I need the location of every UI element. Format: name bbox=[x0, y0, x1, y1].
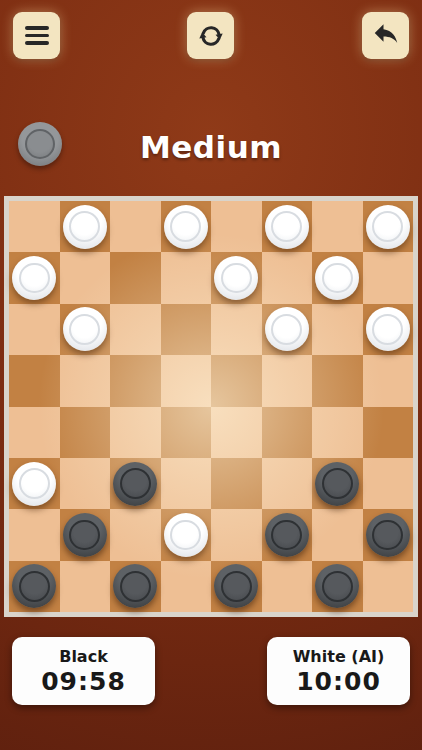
black-piece[interactable] bbox=[315, 462, 359, 506]
square-r6c2[interactable] bbox=[60, 458, 111, 509]
square-r3c8[interactable] bbox=[363, 304, 414, 355]
square-r6c1[interactable] bbox=[9, 458, 60, 509]
white-piece[interactable] bbox=[164, 205, 208, 249]
square-r2c5[interactable] bbox=[211, 252, 262, 303]
square-r1c2[interactable] bbox=[60, 201, 111, 252]
square-r2c7[interactable] bbox=[312, 252, 363, 303]
square-r8c6[interactable] bbox=[262, 561, 313, 612]
square-r1c4[interactable] bbox=[161, 201, 212, 252]
square-r5c5[interactable] bbox=[211, 407, 262, 458]
square-r2c1[interactable] bbox=[9, 252, 60, 303]
square-r4c6[interactable] bbox=[262, 355, 313, 406]
square-r3c7[interactable] bbox=[312, 304, 363, 355]
white-player-time: 10:00 bbox=[296, 667, 381, 696]
square-r1c6[interactable] bbox=[262, 201, 313, 252]
square-r3c3[interactable] bbox=[110, 304, 161, 355]
square-r7c1[interactable] bbox=[9, 509, 60, 560]
black-piece[interactable] bbox=[113, 462, 157, 506]
white-piece[interactable] bbox=[315, 256, 359, 300]
black-piece[interactable] bbox=[113, 564, 157, 608]
square-r3c1[interactable] bbox=[9, 304, 60, 355]
square-r1c5[interactable] bbox=[211, 201, 262, 252]
white-piece[interactable] bbox=[265, 307, 309, 351]
square-r6c8[interactable] bbox=[363, 458, 414, 509]
square-r3c5[interactable] bbox=[211, 304, 262, 355]
square-r6c3[interactable] bbox=[110, 458, 161, 509]
square-r5c2[interactable] bbox=[60, 407, 111, 458]
restart-button[interactable] bbox=[187, 12, 234, 59]
undo-button[interactable] bbox=[362, 12, 409, 59]
white-piece[interactable] bbox=[63, 307, 107, 351]
square-r4c5[interactable] bbox=[211, 355, 262, 406]
square-r7c3[interactable] bbox=[110, 509, 161, 560]
square-r7c5[interactable] bbox=[211, 509, 262, 560]
checkers-board bbox=[4, 196, 418, 617]
square-r4c1[interactable] bbox=[9, 355, 60, 406]
square-r7c2[interactable] bbox=[60, 509, 111, 560]
square-r7c8[interactable] bbox=[363, 509, 414, 560]
menu-button[interactable] bbox=[13, 12, 60, 59]
white-piece[interactable] bbox=[366, 205, 410, 249]
square-r5c8[interactable] bbox=[363, 407, 414, 458]
square-r2c2[interactable] bbox=[60, 252, 111, 303]
square-r1c1[interactable] bbox=[9, 201, 60, 252]
square-r5c6[interactable] bbox=[262, 407, 313, 458]
square-r2c8[interactable] bbox=[363, 252, 414, 303]
square-r4c4[interactable] bbox=[161, 355, 212, 406]
square-r6c5[interactable] bbox=[211, 458, 262, 509]
refresh-icon bbox=[197, 22, 225, 50]
white-piece[interactable] bbox=[366, 307, 410, 351]
undo-arrow-icon bbox=[371, 21, 401, 51]
square-r8c8[interactable] bbox=[363, 561, 414, 612]
square-r6c7[interactable] bbox=[312, 458, 363, 509]
square-r5c7[interactable] bbox=[312, 407, 363, 458]
black-piece[interactable] bbox=[12, 564, 56, 608]
square-r8c3[interactable] bbox=[110, 561, 161, 612]
black-piece[interactable] bbox=[63, 513, 107, 557]
white-player-label: White (AI) bbox=[293, 647, 385, 666]
black-piece[interactable] bbox=[214, 564, 258, 608]
square-r8c7[interactable] bbox=[312, 561, 363, 612]
square-r6c6[interactable] bbox=[262, 458, 313, 509]
square-r4c2[interactable] bbox=[60, 355, 111, 406]
square-r8c2[interactable] bbox=[60, 561, 111, 612]
white-piece[interactable] bbox=[265, 205, 309, 249]
white-piece[interactable] bbox=[63, 205, 107, 249]
square-r3c4[interactable] bbox=[161, 304, 212, 355]
square-r3c2[interactable] bbox=[60, 304, 111, 355]
square-r2c4[interactable] bbox=[161, 252, 212, 303]
square-r8c5[interactable] bbox=[211, 561, 262, 612]
black-piece[interactable] bbox=[265, 513, 309, 557]
square-r5c4[interactable] bbox=[161, 407, 212, 458]
black-player-clock: Black 09:58 bbox=[12, 637, 155, 705]
white-piece[interactable] bbox=[12, 256, 56, 300]
board-grid bbox=[9, 201, 413, 612]
square-r8c4[interactable] bbox=[161, 561, 212, 612]
square-r5c3[interactable] bbox=[110, 407, 161, 458]
square-r4c7[interactable] bbox=[312, 355, 363, 406]
black-piece[interactable] bbox=[315, 564, 359, 608]
square-r7c4[interactable] bbox=[161, 509, 212, 560]
square-r3c6[interactable] bbox=[262, 304, 313, 355]
square-r4c3[interactable] bbox=[110, 355, 161, 406]
black-player-time: 09:58 bbox=[41, 667, 126, 696]
square-r8c1[interactable] bbox=[9, 561, 60, 612]
square-r1c8[interactable] bbox=[363, 201, 414, 252]
square-r2c3[interactable] bbox=[110, 252, 161, 303]
white-piece[interactable] bbox=[164, 513, 208, 557]
square-r5c1[interactable] bbox=[9, 407, 60, 458]
square-r2c6[interactable] bbox=[262, 252, 313, 303]
white-player-clock: White (AI) 10:00 bbox=[267, 637, 410, 705]
square-r6c4[interactable] bbox=[161, 458, 212, 509]
black-piece[interactable] bbox=[366, 513, 410, 557]
white-piece[interactable] bbox=[214, 256, 258, 300]
square-r1c7[interactable] bbox=[312, 201, 363, 252]
black-player-label: Black bbox=[59, 647, 108, 666]
square-r1c3[interactable] bbox=[110, 201, 161, 252]
square-r4c8[interactable] bbox=[363, 355, 414, 406]
square-r7c6[interactable] bbox=[262, 509, 313, 560]
square-r7c7[interactable] bbox=[312, 509, 363, 560]
difficulty-title: Medium bbox=[0, 129, 422, 165]
hamburger-menu-icon bbox=[25, 26, 49, 45]
white-piece[interactable] bbox=[12, 462, 56, 506]
